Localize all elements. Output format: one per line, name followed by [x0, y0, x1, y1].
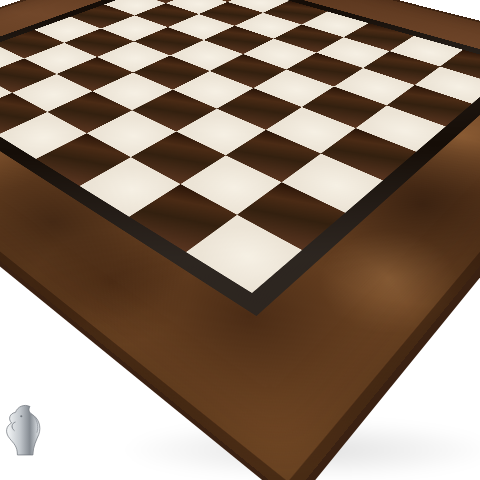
piece-reflection [202, 274, 272, 301]
piece-reflection [314, 158, 380, 187]
knight-horse-head-icon [0, 400, 48, 457]
piece-reflection [245, 109, 295, 125]
piece-reflection [298, 50, 353, 63]
piece-reflection [347, 20, 393, 33]
piece-reflection [258, 211, 323, 241]
piece-reflection [369, 105, 439, 139]
piece-knight-a3[interactable] [0, 330, 55, 435]
piece-reflection [127, 219, 189, 239]
playing-field [0, 0, 480, 293]
knight-body [0, 344, 55, 401]
piece-base-ring [0, 330, 55, 344]
photo-canvas [0, 0, 480, 480]
piece-reflection [431, 53, 480, 70]
piece-reflection [195, 163, 251, 180]
